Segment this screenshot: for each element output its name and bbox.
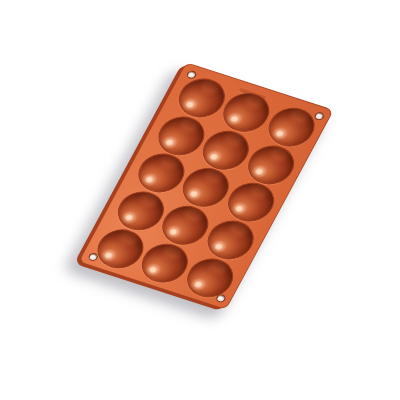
mould-scene <box>78 62 334 310</box>
cavity-grid <box>88 72 325 305</box>
cavity-r5c3 <box>180 253 241 303</box>
photo-canvas <box>0 0 400 400</box>
